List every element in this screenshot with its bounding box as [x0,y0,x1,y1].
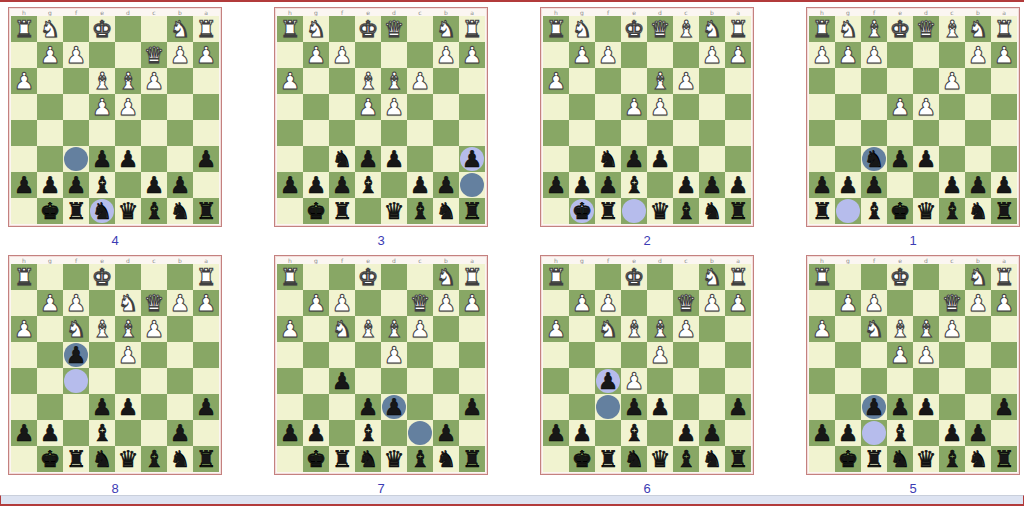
square-c4 [407,94,433,120]
piece-black-knight: ♞ [167,446,193,472]
square-f1: ♝ [861,16,887,42]
piece-white-pawn: ♟ [303,42,329,68]
square-d5 [647,120,673,146]
square-b5 [965,368,991,394]
square-f5 [329,120,355,146]
square-f8: ♜ [595,446,621,472]
square-b5 [433,120,459,146]
square-g5 [37,120,63,146]
piece-white-pawn: ♟ [673,316,699,342]
square-e8: ♞ [887,446,913,472]
square-e7 [887,172,913,198]
square-f3: ♞ [861,316,887,342]
square-g1 [569,264,595,290]
piece-black-bishop: ♝ [673,446,699,472]
square-a4 [193,342,219,368]
square-e7: ♝ [355,420,381,446]
square-g2: ♟ [37,42,63,68]
piece-black-bishop: ♝ [887,420,913,446]
square-b7: ♟ [167,172,193,198]
square-f5: ♟ [329,368,355,394]
square-d6: ♟ [913,146,939,172]
square-g1 [835,264,861,290]
square-g1 [37,264,63,290]
square-h6 [11,146,37,172]
square-g8: ♚ [569,198,595,224]
square-a7 [193,420,219,446]
square-h5 [277,120,303,146]
piece-black-pawn: ♟ [11,172,37,198]
square-a1: ♜ [193,264,219,290]
board-block: hgfedcba♜♚♞♜♟♟♛♟♟♟♞♝♝♟♟♟♟♟♟♟♟♟♝♟♟♚♜♞♛♝♞♜… [806,255,1020,495]
square-d4: ♟ [115,342,141,368]
square-g2: ♟ [37,290,63,316]
square-f4 [861,94,887,120]
piece-white-bishop: ♝ [887,316,913,342]
square-f3 [329,68,355,94]
piece-white-bishop: ♝ [913,316,939,342]
piece-black-pawn: ♟ [673,420,699,446]
piece-white-queen: ♛ [381,16,407,42]
chess-board-7[interactable]: hgfedcba♜♚♞♜♟♟♛♟♟♟♞♝♝♟♟♟♟♟♟♟♟♝♟♚♜♞♛♝♞♜ [274,255,488,475]
square-e3 [887,68,913,94]
square-c5 [673,120,699,146]
piece-black-bishop: ♝ [939,198,965,224]
square-a6: ♟ [193,394,219,420]
piece-white-pawn: ♟ [809,42,835,68]
square-e6: ♟ [355,394,381,420]
square-b7: ♟ [699,420,725,446]
square-d6: ♟ [381,394,407,420]
piece-white-pawn: ♟ [965,42,991,68]
square-c8: ♝ [939,198,965,224]
last-move-disc [862,421,886,445]
square-f1 [329,264,355,290]
square-h2 [11,290,37,316]
square-g7: ♟ [37,172,63,198]
chess-board-8[interactable]: hgfedcba♜♚♜♟♟♞♛♟♟♟♞♝♝♟♟♟♟♟♟♟♟♝♟♚♜♞♛♝♞♜ [8,255,222,475]
square-h6 [809,394,835,420]
square-b8: ♞ [433,446,459,472]
square-f1 [63,16,89,42]
square-b5 [167,120,193,146]
piece-white-pawn: ♟ [569,42,595,68]
square-c1 [141,16,167,42]
square-a5 [459,120,485,146]
square-e1: ♚ [621,264,647,290]
square-d3: ♝ [115,316,141,342]
square-g7: ♟ [835,420,861,446]
piece-white-rook: ♜ [459,16,485,42]
square-d4: ♟ [913,94,939,120]
square-h2 [543,290,569,316]
square-b4 [965,342,991,368]
square-d1 [115,264,141,290]
square-b6 [433,394,459,420]
square-f1 [595,264,621,290]
square-h8 [809,446,835,472]
board-number: 3 [274,234,488,247]
piece-white-pawn: ♟ [115,342,141,368]
square-e7: ♝ [89,420,115,446]
square-c1 [141,264,167,290]
piece-black-king: ♚ [303,446,329,472]
square-c3: ♟ [141,316,167,342]
piece-black-king: ♚ [569,446,595,472]
square-d8: ♛ [647,446,673,472]
piece-white-pawn: ♟ [63,42,89,68]
square-a4 [991,342,1017,368]
piece-white-pawn: ♟ [939,68,965,94]
square-c6 [407,146,433,172]
piece-white-king: ♚ [621,16,647,42]
square-c2: ♛ [141,42,167,68]
square-a7 [459,172,485,198]
square-e1: ♚ [89,264,115,290]
piece-white-rook: ♜ [725,16,751,42]
square-b4 [167,342,193,368]
piece-white-pawn: ♟ [381,94,407,120]
square-b5 [699,368,725,394]
square-d6: ♟ [115,146,141,172]
piece-white-pawn: ♟ [991,290,1017,316]
square-b1: ♞ [965,264,991,290]
square-c6 [141,394,167,420]
square-f4: ♟ [63,342,89,368]
piece-black-king: ♚ [835,446,861,472]
square-c6 [939,146,965,172]
square-g8: ♚ [303,198,329,224]
square-c8: ♝ [939,446,965,472]
square-b3 [965,316,991,342]
square-c8: ♝ [407,198,433,224]
piece-white-rook: ♜ [11,264,37,290]
piece-black-rook: ♜ [991,446,1017,472]
square-c7: ♟ [407,172,433,198]
piece-white-rook: ♜ [543,264,569,290]
square-e1: ♚ [887,16,913,42]
square-d2: ♞ [115,290,141,316]
piece-black-bishop: ♝ [141,446,167,472]
square-b8: ♞ [699,198,725,224]
square-a6: ♟ [725,394,751,420]
square-a8: ♜ [991,446,1017,472]
square-e7: ♝ [621,172,647,198]
square-e5: ♟ [621,368,647,394]
square-d5 [913,120,939,146]
square-h8 [277,446,303,472]
square-d7 [647,420,673,446]
piece-black-pawn: ♟ [37,420,63,446]
piece-white-pawn: ♟ [459,290,485,316]
square-h8 [11,446,37,472]
piece-black-pawn: ♟ [381,394,407,420]
piece-white-pawn: ♟ [433,290,459,316]
square-b2: ♟ [433,290,459,316]
piece-white-bishop: ♝ [673,16,699,42]
square-g3 [37,68,63,94]
square-b1: ♞ [699,264,725,290]
square-a4 [725,342,751,368]
square-e2 [887,42,913,68]
piece-black-pawn: ♟ [569,420,595,446]
square-d2 [381,42,407,68]
square-h1: ♜ [11,264,37,290]
piece-white-queen: ♛ [913,16,939,42]
piece-white-bishop: ♝ [939,16,965,42]
square-b7: ♟ [433,420,459,446]
square-g4 [303,342,329,368]
piece-black-pawn: ♟ [699,172,725,198]
square-f1 [595,16,621,42]
square-g6 [303,146,329,172]
square-f7: ♟ [595,172,621,198]
square-e2 [89,42,115,68]
square-f7 [63,420,89,446]
square-c5 [939,120,965,146]
square-f2: ♟ [63,290,89,316]
piece-black-rook: ♜ [459,198,485,224]
square-g8: ♚ [835,446,861,472]
piece-white-pawn: ♟ [141,68,167,94]
piece-black-pawn: ♟ [809,420,835,446]
square-f3: ♞ [595,316,621,342]
square-a8: ♜ [725,198,751,224]
boards-grid: hgfedcba♜♞♚♞♜♟♟♛♟♟♟♝♝♟♟♟♟♟♟♟♟♟♝♟♟♚♜♞♛♝♞♜… [8,7,1020,495]
piece-black-pawn: ♟ [193,394,219,420]
square-d6: ♟ [115,394,141,420]
square-c4 [141,94,167,120]
piece-black-rook: ♜ [329,198,355,224]
square-d4: ♟ [647,94,673,120]
piece-white-knight: ♞ [329,316,355,342]
square-d7 [381,420,407,446]
piece-black-queen: ♛ [913,446,939,472]
piece-black-queen: ♛ [115,446,141,472]
piece-white-pawn: ♟ [543,316,569,342]
square-g6 [303,394,329,420]
piece-black-queen: ♛ [115,198,141,224]
last-move-disc [408,421,432,445]
square-f2: ♟ [329,42,355,68]
square-g6 [835,146,861,172]
piece-white-queen: ♛ [141,290,167,316]
square-a3 [193,316,219,342]
square-g2: ♟ [303,290,329,316]
square-f3 [595,68,621,94]
square-f4 [63,94,89,120]
square-f5: ♟ [595,368,621,394]
square-a2: ♟ [459,42,485,68]
square-f2: ♟ [861,42,887,68]
square-e1: ♚ [621,16,647,42]
square-h7: ♟ [809,172,835,198]
square-e5 [887,368,913,394]
piece-black-pawn: ♟ [647,394,673,420]
piece-black-bishop: ♝ [355,420,381,446]
piece-black-pawn: ♟ [329,368,355,394]
piece-black-pawn: ♟ [355,394,381,420]
piece-black-bishop: ♝ [939,446,965,472]
square-f2: ♟ [63,42,89,68]
square-b2: ♟ [699,42,725,68]
piece-black-knight: ♞ [329,146,355,172]
piece-white-pawn: ♟ [861,290,887,316]
piece-black-queen: ♛ [913,198,939,224]
piece-black-rook: ♜ [861,446,887,472]
square-e5 [355,368,381,394]
piece-black-pawn: ♟ [809,172,835,198]
piece-black-queen: ♛ [647,446,673,472]
piece-white-pawn: ♟ [595,290,621,316]
piece-black-knight: ♞ [965,198,991,224]
square-a1: ♜ [725,16,751,42]
square-f4 [595,94,621,120]
square-b1: ♞ [699,16,725,42]
piece-black-rook: ♜ [193,198,219,224]
square-c8: ♝ [141,198,167,224]
square-h6 [11,394,37,420]
piece-black-pawn: ♟ [89,146,115,172]
square-e1: ♚ [355,264,381,290]
square-a3 [725,68,751,94]
square-f6 [595,394,621,420]
square-d5 [381,120,407,146]
piece-white-bishop: ♝ [89,316,115,342]
piece-black-bishop: ♝ [407,198,433,224]
square-c2 [407,42,433,68]
square-h2: ♟ [809,42,835,68]
square-g4 [303,94,329,120]
square-b2: ♟ [167,42,193,68]
square-c2: ♛ [673,290,699,316]
square-e2 [355,290,381,316]
squares-grid: ♜♞♝♚♛♝♞♜♟♟♟♟♟♟♟♟♞♟♟♟♟♟♟♟♟♜♝♚♛♝♞♜ [809,16,1017,224]
square-d4: ♟ [381,94,407,120]
piece-white-queen: ♛ [647,16,673,42]
chess-board-5[interactable]: hgfedcba♜♚♞♜♟♟♛♟♟♟♞♝♝♟♟♟♟♟♟♟♟♟♝♟♟♚♜♞♛♝♞♜ [806,255,1020,475]
square-h5 [809,120,835,146]
chess-board-1[interactable]: hgfedcba♜♞♝♚♛♝♞♜♟♟♟♟♟♟♟♟♞♟♟♟♟♟♟♟♟♜♝♚♛♝♞♜ [806,7,1020,227]
piece-black-king: ♚ [303,198,329,224]
square-c6 [673,146,699,172]
square-g5 [303,368,329,394]
board-block: hgfedcba♜♞♚♛♝♞♜♟♟♟♟♟♝♟♟♟♞♟♟♟♟♟♝♟♟♟♚♜♛♝♞♜… [540,7,754,247]
square-h7: ♟ [809,420,835,446]
piece-white-king: ♚ [887,264,913,290]
square-a1: ♜ [459,16,485,42]
square-g2: ♟ [835,42,861,68]
square-c1: ♝ [939,16,965,42]
square-g7: ♟ [569,172,595,198]
square-g2: ♟ [569,290,595,316]
piece-white-pawn: ♟ [329,290,355,316]
square-h4 [809,342,835,368]
square-c3: ♟ [407,68,433,94]
square-d7 [913,420,939,446]
piece-white-pawn: ♟ [621,368,647,394]
square-f1 [329,16,355,42]
square-g1: ♞ [569,16,595,42]
piece-black-rook: ♜ [725,446,751,472]
piece-black-rook: ♜ [991,198,1017,224]
piece-white-pawn: ♟ [303,290,329,316]
square-f4 [861,342,887,368]
square-a6: ♟ [459,146,485,172]
square-d1 [913,264,939,290]
piece-white-queen: ♛ [407,290,433,316]
square-g6 [37,394,63,420]
piece-black-knight: ♞ [167,198,193,224]
chess-board-6[interactable]: hgfedcba♜♚♞♜♟♟♛♟♟♟♞♝♝♟♟♟♟♟♟♟♟♟♝♟♟♚♜♞♛♝♞♜ [540,255,754,475]
piece-black-bishop: ♝ [407,446,433,472]
square-c3: ♟ [141,68,167,94]
square-b6 [167,394,193,420]
square-d2 [115,42,141,68]
chess-board-4[interactable]: hgfedcba♜♞♚♞♜♟♟♛♟♟♟♝♝♟♟♟♟♟♟♟♟♟♝♟♟♚♜♞♛♝♞♜ [8,7,222,227]
square-b4 [433,342,459,368]
square-d3 [913,68,939,94]
piece-black-pawn: ♟ [647,146,673,172]
piece-black-pawn: ♟ [11,420,37,446]
square-d2 [647,290,673,316]
piece-black-pawn: ♟ [913,394,939,420]
piece-white-bishop: ♝ [861,16,887,42]
square-a3 [459,316,485,342]
piece-black-pawn: ♟ [303,172,329,198]
square-f5 [861,368,887,394]
piece-white-pawn: ♟ [913,342,939,368]
piece-black-pawn: ♟ [991,394,1017,420]
square-b5 [167,368,193,394]
square-g8: ♚ [37,198,63,224]
square-a2: ♟ [193,290,219,316]
square-a3 [193,68,219,94]
piece-black-bishop: ♝ [861,198,887,224]
square-b8: ♞ [167,446,193,472]
square-d8: ♛ [115,198,141,224]
square-g6 [835,394,861,420]
piece-white-king: ♚ [89,16,115,42]
chess-board-3[interactable]: hgfedcba♜♞♚♛♞♜♟♟♟♟♟♝♝♟♟♟♞♟♟♟♟♟♟♝♟♟♚♜♛♝♞♜ [274,7,488,227]
piece-black-pawn: ♟ [167,420,193,446]
board-block: hgfedcba♜♞♚♛♞♜♟♟♟♟♟♝♝♟♟♟♞♟♟♟♟♟♟♝♟♟♚♜♛♝♞♜… [274,7,488,247]
square-d3: ♝ [115,68,141,94]
square-a7: ♟ [991,172,1017,198]
piece-black-knight: ♞ [433,198,459,224]
square-d6: ♟ [381,146,407,172]
piece-white-pawn: ♟ [407,68,433,94]
square-e3: ♝ [89,316,115,342]
piece-black-pawn: ♟ [965,420,991,446]
piece-white-pawn: ♟ [277,68,303,94]
piece-white-king: ♚ [355,16,381,42]
piece-white-rook: ♜ [809,264,835,290]
square-g7: ♟ [303,172,329,198]
square-a7 [991,420,1017,446]
square-d4: ♟ [647,342,673,368]
square-d8: ♛ [115,446,141,472]
piece-white-knight: ♞ [699,264,725,290]
chess-board-2[interactable]: hgfedcba♜♞♚♛♝♞♜♟♟♟♟♟♝♟♟♟♞♟♟♟♟♟♝♟♟♟♚♜♛♝♞♜ [540,7,754,227]
square-b2: ♟ [167,290,193,316]
piece-white-rook: ♜ [543,16,569,42]
square-d1 [647,264,673,290]
square-b7: ♟ [433,172,459,198]
piece-black-pawn: ♟ [887,394,913,420]
square-a3 [991,316,1017,342]
horizontal-scrollbar-track[interactable] [0,495,1024,506]
